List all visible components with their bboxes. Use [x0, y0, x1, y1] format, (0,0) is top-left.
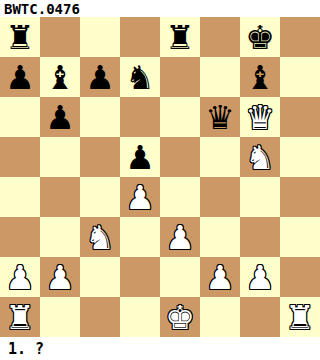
white-pawn-b2: ♟: [45, 261, 75, 294]
square-c8[interactable]: [80, 17, 120, 57]
move-prompt: 1. ?: [8, 340, 44, 358]
white-rook-a1: ♜: [5, 301, 35, 334]
black-pawn-a7: ♟: [5, 61, 35, 94]
square-f2[interactable]: ♟: [200, 257, 240, 297]
square-e8[interactable]: ♜: [160, 17, 200, 57]
square-d4[interactable]: ♟: [120, 177, 160, 217]
square-d5[interactable]: ♟: [120, 137, 160, 177]
square-b4[interactable]: [40, 177, 80, 217]
square-a2[interactable]: ♟: [0, 257, 40, 297]
square-a4[interactable]: [0, 177, 40, 217]
black-pawn-b6: ♟: [45, 101, 75, 134]
square-e1[interactable]: ♚: [160, 297, 200, 337]
square-c7[interactable]: ♟: [80, 57, 120, 97]
square-g1[interactable]: [240, 297, 280, 337]
square-c2[interactable]: [80, 257, 120, 297]
title-bar: BWTC.0476: [0, 0, 320, 17]
square-h8[interactable]: [280, 17, 320, 57]
black-pawn-d5: ♟: [125, 141, 155, 174]
black-bishop-g7: ♝: [245, 61, 275, 94]
chess-board: ♜♜♚♟♝♟♞♝♟♛♛♟♞♟♞♟♟♟♟♟♜♚♜: [0, 17, 320, 337]
white-queen-g6: ♛: [245, 101, 275, 134]
square-g2[interactable]: ♟: [240, 257, 280, 297]
square-g8[interactable]: ♚: [240, 17, 280, 57]
square-f6[interactable]: ♛: [200, 97, 240, 137]
square-h5[interactable]: [280, 137, 320, 177]
white-knight-g5: ♞: [245, 141, 275, 174]
white-pawn-e3: ♟: [165, 221, 195, 254]
square-f3[interactable]: [200, 217, 240, 257]
square-e7[interactable]: [160, 57, 200, 97]
square-g3[interactable]: [240, 217, 280, 257]
square-e5[interactable]: [160, 137, 200, 177]
square-c3[interactable]: ♞: [80, 217, 120, 257]
black-bishop-b7: ♝: [45, 61, 75, 94]
black-king-g8: ♚: [245, 21, 275, 54]
page-title: BWTC.0476: [4, 1, 80, 17]
square-b6[interactable]: ♟: [40, 97, 80, 137]
white-knight-c3: ♞: [85, 221, 115, 254]
square-f5[interactable]: [200, 137, 240, 177]
white-king-e1: ♚: [165, 301, 195, 334]
square-b2[interactable]: ♟: [40, 257, 80, 297]
square-b3[interactable]: [40, 217, 80, 257]
square-h7[interactable]: [280, 57, 320, 97]
square-e2[interactable]: [160, 257, 200, 297]
white-pawn-f2: ♟: [205, 261, 235, 294]
square-f8[interactable]: [200, 17, 240, 57]
square-d6[interactable]: [120, 97, 160, 137]
square-a5[interactable]: [0, 137, 40, 177]
square-a8[interactable]: ♜: [0, 17, 40, 57]
square-e6[interactable]: [160, 97, 200, 137]
square-g6[interactable]: ♛: [240, 97, 280, 137]
square-d2[interactable]: [120, 257, 160, 297]
square-c5[interactable]: [80, 137, 120, 177]
black-rook-e8: ♜: [165, 21, 195, 54]
square-e3[interactable]: ♟: [160, 217, 200, 257]
square-e4[interactable]: [160, 177, 200, 217]
square-f4[interactable]: [200, 177, 240, 217]
black-rook-a8: ♜: [5, 21, 35, 54]
square-c1[interactable]: [80, 297, 120, 337]
square-d3[interactable]: [120, 217, 160, 257]
square-h3[interactable]: [280, 217, 320, 257]
white-pawn-a2: ♟: [5, 261, 35, 294]
square-a3[interactable]: [0, 217, 40, 257]
white-pawn-d4: ♟: [125, 181, 155, 214]
square-c6[interactable]: [80, 97, 120, 137]
square-b7[interactable]: ♝: [40, 57, 80, 97]
black-pawn-c7: ♟: [85, 61, 115, 94]
square-a1[interactable]: ♜: [0, 297, 40, 337]
square-b8[interactable]: [40, 17, 80, 57]
square-b1[interactable]: [40, 297, 80, 337]
square-f7[interactable]: [200, 57, 240, 97]
square-g7[interactable]: ♝: [240, 57, 280, 97]
square-h4[interactable]: [280, 177, 320, 217]
black-queen-f6: ♛: [205, 101, 235, 134]
square-d1[interactable]: [120, 297, 160, 337]
square-b5[interactable]: [40, 137, 80, 177]
square-g5[interactable]: ♞: [240, 137, 280, 177]
square-h6[interactable]: [280, 97, 320, 137]
white-rook-h1: ♜: [285, 301, 315, 334]
status-bar: 1. ?: [0, 337, 320, 360]
black-knight-d7: ♞: [125, 61, 155, 94]
square-d7[interactable]: ♞: [120, 57, 160, 97]
square-h1[interactable]: ♜: [280, 297, 320, 337]
square-h2[interactable]: [280, 257, 320, 297]
square-a6[interactable]: [0, 97, 40, 137]
square-f1[interactable]: [200, 297, 240, 337]
square-d8[interactable]: [120, 17, 160, 57]
white-pawn-g2: ♟: [245, 261, 275, 294]
square-g4[interactable]: [240, 177, 280, 217]
square-a7[interactable]: ♟: [0, 57, 40, 97]
square-c4[interactable]: [80, 177, 120, 217]
